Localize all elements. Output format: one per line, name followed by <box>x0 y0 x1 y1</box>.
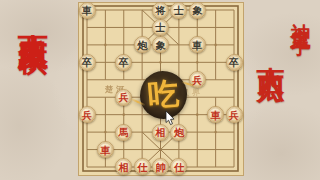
piece-black-車[interactable]: 車 <box>189 36 206 53</box>
piece-black-炮[interactable]: 炮 <box>134 36 151 53</box>
mouse-cursor-icon <box>165 111 176 126</box>
piece-black-将[interactable]: 将 <box>152 2 169 19</box>
piece-glyph: 士 <box>156 23 166 33</box>
right-title-banner: 大西瓜刀 <box>256 44 284 174</box>
piece-glyph: 仕 <box>174 162 184 172</box>
piece-black-士[interactable]: 士 <box>170 2 187 19</box>
right-subtitle-banner: 神之鬼手 <box>291 6 311 106</box>
piece-red-車[interactable]: 車 <box>97 141 114 158</box>
piece-glyph: 相 <box>156 128 166 138</box>
piece-glyph: 車 <box>192 40 202 50</box>
piece-glyph: 象 <box>192 6 202 16</box>
left-title-banner: 大西瓜象棋 <box>18 9 48 179</box>
piece-red-兵[interactable]: 兵 <box>79 106 96 123</box>
piece-red-兵[interactable]: 兵 <box>115 89 132 106</box>
piece-black-卒[interactable]: 卒 <box>226 54 243 71</box>
piece-red-馬[interactable]: 馬 <box>115 124 132 141</box>
piece-glyph: 仕 <box>137 162 147 172</box>
piece-glyph: 車 <box>100 145 110 155</box>
piece-glyph: 士 <box>174 6 184 16</box>
piece-red-炮[interactable]: 炮 <box>170 124 187 141</box>
piece-glyph: 卒 <box>229 58 239 68</box>
piece-black-象[interactable]: 象 <box>189 2 206 19</box>
piece-glyph: 車 <box>211 110 221 120</box>
piece-glyph: 炮 <box>174 128 184 138</box>
piece-glyph: 兵 <box>229 110 239 120</box>
piece-glyph: 兵 <box>119 93 129 103</box>
piece-glyph: 炮 <box>137 40 147 50</box>
piece-glyph: 卒 <box>119 58 129 68</box>
piece-red-仕[interactable]: 仕 <box>134 158 151 175</box>
piece-black-卒[interactable]: 卒 <box>79 54 96 71</box>
piece-glyph: 相 <box>119 162 129 172</box>
piece-glyph: 卒 <box>82 58 92 68</box>
piece-glyph: 車 <box>82 6 92 16</box>
piece-red-相[interactable]: 相 <box>152 124 169 141</box>
piece-glyph: 将 <box>156 6 166 16</box>
piece-black-卒[interactable]: 卒 <box>115 54 132 71</box>
piece-glyph: 兵 <box>192 75 202 85</box>
piece-glyph: 象 <box>156 40 166 50</box>
piece-glyph: 帥 <box>156 162 166 172</box>
piece-black-士[interactable]: 士 <box>152 19 169 36</box>
piece-red-兵[interactable]: 兵 <box>226 106 243 123</box>
piece-glyph: 兵 <box>82 110 92 120</box>
piece-glyph: 馬 <box>119 128 129 138</box>
capture-effect: 吃 <box>140 71 187 119</box>
piece-black-車[interactable]: 車 <box>79 2 96 19</box>
